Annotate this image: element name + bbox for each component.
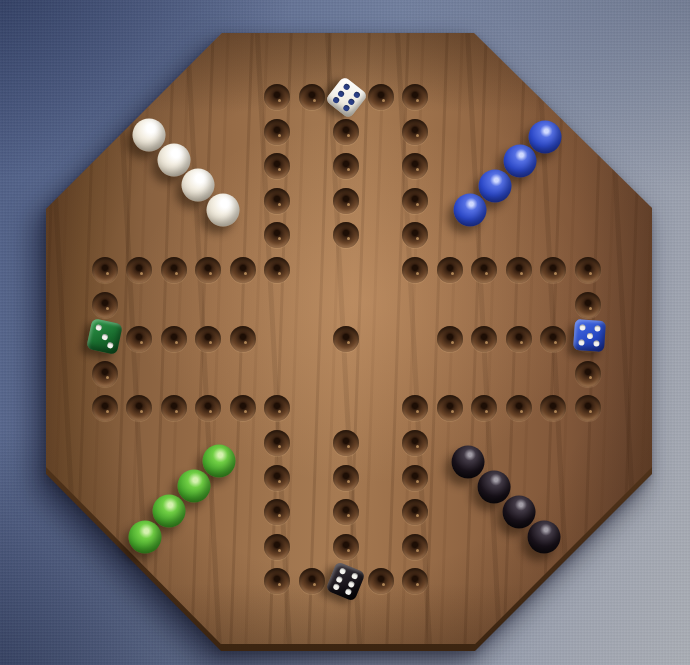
marble-green[interactable] (178, 470, 211, 503)
die-pip (342, 83, 350, 91)
pieces-layer (0, 0, 690, 665)
die-black[interactable] (325, 561, 365, 601)
marble-blue[interactable] (479, 170, 512, 203)
marble-black[interactable] (452, 446, 485, 479)
marble-white[interactable] (207, 194, 240, 227)
marble-blue[interactable] (504, 145, 537, 178)
marble-black[interactable] (478, 471, 511, 504)
marble-black[interactable] (503, 496, 536, 529)
die-white[interactable] (324, 75, 368, 119)
marble-white[interactable] (158, 144, 191, 177)
die-pip (594, 325, 600, 331)
aggravation-board-photo (0, 0, 690, 665)
marble-green[interactable] (129, 521, 162, 554)
die-pip (593, 340, 599, 346)
marble-green[interactable] (153, 495, 186, 528)
die-pip (106, 341, 113, 348)
marble-blue[interactable] (454, 194, 487, 227)
die-pip (342, 103, 350, 111)
die-pip (100, 332, 107, 339)
die-pip (352, 90, 360, 98)
marble-blue[interactable] (529, 121, 562, 154)
die-pip (350, 572, 358, 580)
die-pip (95, 324, 102, 331)
marble-white[interactable] (133, 119, 166, 152)
die-blue[interactable] (572, 318, 605, 351)
die-pip (338, 567, 346, 575)
die-pip (579, 324, 585, 330)
die-pip (586, 332, 592, 338)
marble-white[interactable] (182, 169, 215, 202)
die-pip (332, 95, 340, 103)
die-pip (337, 89, 345, 97)
die-pip (347, 579, 355, 587)
marble-black[interactable] (528, 521, 561, 554)
die-pip (347, 97, 355, 105)
die-pip (578, 339, 584, 345)
die-green[interactable] (86, 318, 123, 355)
die-pip (332, 582, 340, 590)
die-pip (344, 587, 352, 595)
marble-green[interactable] (203, 445, 236, 478)
die-pip (335, 575, 343, 583)
